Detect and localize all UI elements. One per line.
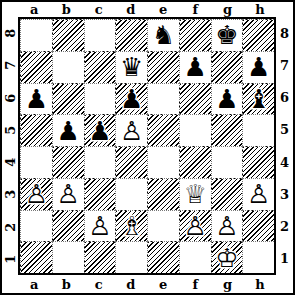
file-label: g — [212, 275, 244, 293]
square-a1 — [20, 241, 52, 273]
piece-glyph: ♙ — [215, 213, 238, 239]
square-b3: ♟♙ — [52, 178, 84, 210]
square-e6 — [147, 83, 179, 115]
chess-diagram: abcdefgh 87654321 87654321 abcdefgh ♞♞♚♚… — [0, 0, 295, 295]
square-a8 — [20, 19, 52, 51]
square-h5 — [242, 114, 274, 146]
white-pawn-b3: ♟♙ — [53, 179, 84, 210]
square-a7 — [20, 51, 52, 83]
rank-label: 8 — [276, 17, 293, 49]
white-pawn-a3: ♟♙ — [21, 179, 52, 210]
file-label: g — [212, 2, 244, 17]
square-a3: ♟♙ — [20, 178, 52, 210]
chess-board: ♞♞♚♚♛♛♟♟♟♟♟♟♟♟♟♟♝♝♟♟♟♟♟♙♟♙♟♙♛♕♟♙♟♙♝♗♟♙♟♙… — [18, 17, 276, 275]
square-h1 — [242, 241, 274, 273]
square-e1 — [147, 241, 179, 273]
square-f8 — [179, 19, 211, 51]
square-f3: ♛♕ — [179, 178, 211, 210]
square-c3 — [84, 178, 116, 210]
square-b7 — [52, 51, 84, 83]
square-h3: ♟♙ — [242, 178, 274, 210]
square-e8: ♞♞ — [147, 19, 179, 51]
square-c1 — [84, 241, 116, 273]
square-c8 — [84, 19, 116, 51]
square-a6: ♟♟ — [20, 83, 52, 115]
white-queen-f3: ♛♕ — [180, 179, 211, 210]
square-g2: ♟♙ — [211, 210, 243, 242]
rank-label: 2 — [276, 211, 293, 243]
square-c5: ♟♟ — [84, 114, 116, 146]
piece-glyph: ♟ — [25, 86, 48, 112]
piece-glyph: ♟ — [120, 86, 143, 112]
piece-glyph: ♟ — [183, 54, 206, 80]
piece-glyph: ♙ — [247, 181, 270, 207]
piece-glyph: ♟ — [88, 118, 111, 144]
square-g6: ♟♟ — [211, 83, 243, 115]
piece-glyph: ♙ — [56, 181, 79, 207]
rank-label: 4 — [276, 146, 293, 178]
square-a5 — [20, 114, 52, 146]
square-d6: ♟♟ — [115, 83, 147, 115]
square-d7: ♛♛ — [115, 51, 147, 83]
square-e4 — [147, 146, 179, 178]
file-label: d — [115, 2, 147, 17]
rank-labels-right: 87654321 — [276, 17, 293, 275]
square-d2: ♝♗ — [115, 210, 147, 242]
piece-glyph: ♟ — [247, 54, 270, 80]
rank-label: 3 — [276, 178, 293, 210]
square-g3 — [211, 178, 243, 210]
square-e5 — [147, 114, 179, 146]
file-label: a — [18, 2, 50, 17]
piece-glyph: ♟ — [56, 118, 79, 144]
black-bishop-h6: ♝♝ — [243, 84, 274, 115]
piece-glyph: ♕ — [183, 181, 206, 207]
file-label: b — [50, 275, 82, 293]
square-f5 — [179, 114, 211, 146]
piece-glyph: ♗ — [120, 213, 143, 239]
square-h8 — [242, 19, 274, 51]
square-g5 — [211, 114, 243, 146]
piece-glyph: ♙ — [88, 213, 111, 239]
square-d1 — [115, 241, 147, 273]
black-pawn-d6: ♟♟ — [116, 84, 147, 115]
square-h2 — [242, 210, 274, 242]
piece-glyph: ♛ — [120, 54, 143, 80]
square-f1 — [179, 241, 211, 273]
white-pawn-d5: ♟♙ — [116, 115, 147, 146]
rank-label: 5 — [276, 114, 293, 146]
square-d3 — [115, 178, 147, 210]
file-label: h — [244, 275, 276, 293]
piece-glyph: ♙ — [25, 181, 48, 207]
square-f6 — [179, 83, 211, 115]
file-label: e — [147, 2, 179, 17]
file-label: h — [244, 2, 276, 17]
black-pawn-f7: ♟♟ — [180, 52, 211, 83]
square-b5: ♟♟ — [52, 114, 84, 146]
square-b8 — [52, 19, 84, 51]
square-g4 — [211, 146, 243, 178]
square-g8: ♚♚ — [211, 19, 243, 51]
white-pawn-f2: ♟♙ — [180, 211, 211, 242]
black-king-g8: ♚♚ — [212, 20, 243, 51]
piece-glyph: ♝ — [247, 86, 270, 112]
square-e3 — [147, 178, 179, 210]
rank-labels-left: 87654321 — [2, 17, 18, 275]
file-label: f — [179, 275, 211, 293]
square-d4 — [115, 146, 147, 178]
square-f4 — [179, 146, 211, 178]
file-label: c — [83, 2, 115, 17]
square-b2 — [52, 210, 84, 242]
piece-glyph: ♟ — [215, 86, 238, 112]
piece-glyph: ♞ — [152, 22, 175, 48]
square-h4 — [242, 146, 274, 178]
white-pawn-g2: ♟♙ — [212, 211, 243, 242]
square-c2: ♟♙ — [84, 210, 116, 242]
rank-label: 1 — [276, 243, 293, 275]
square-b6 — [52, 83, 84, 115]
black-pawn-b5: ♟♟ — [53, 115, 84, 146]
square-g7 — [211, 51, 243, 83]
square-a4 — [20, 146, 52, 178]
file-labels-bottom: abcdefgh — [18, 275, 276, 293]
square-e7 — [147, 51, 179, 83]
black-pawn-g6: ♟♟ — [212, 84, 243, 115]
black-knight-e8: ♞♞ — [148, 20, 179, 51]
square-h7: ♟♟ — [242, 51, 274, 83]
square-c6 — [84, 83, 116, 115]
square-g1: ♚♔ — [211, 241, 243, 273]
piece-glyph: ♙ — [183, 213, 206, 239]
file-label: b — [50, 2, 82, 17]
black-pawn-a6: ♟♟ — [21, 84, 52, 115]
square-h6: ♝♝ — [242, 83, 274, 115]
square-c7 — [84, 51, 116, 83]
file-label: d — [115, 275, 147, 293]
file-label: c — [83, 275, 115, 293]
black-pawn-h7: ♟♟ — [243, 52, 274, 83]
square-f7: ♟♟ — [179, 51, 211, 83]
square-b1 — [52, 241, 84, 273]
black-queen-d7: ♛♛ — [116, 52, 147, 83]
square-b4 — [52, 146, 84, 178]
file-labels-top: abcdefgh — [18, 2, 276, 17]
piece-glyph: ♔ — [215, 245, 238, 271]
piece-glyph: ♚ — [215, 22, 238, 48]
square-e2 — [147, 210, 179, 242]
file-label: f — [179, 2, 211, 17]
file-label: e — [147, 275, 179, 293]
square-d8 — [115, 19, 147, 51]
file-label: a — [18, 275, 50, 293]
black-pawn-c5: ♟♟ — [85, 115, 116, 146]
square-c4 — [84, 146, 116, 178]
square-f2: ♟♙ — [179, 210, 211, 242]
rank-label: 7 — [276, 49, 293, 81]
white-king-g1: ♚♔ — [212, 242, 243, 273]
white-pawn-h3: ♟♙ — [243, 179, 274, 210]
square-a2 — [20, 210, 52, 242]
white-bishop-d2: ♝♗ — [116, 211, 147, 242]
square-d5: ♟♙ — [115, 114, 147, 146]
rank-label: 6 — [276, 82, 293, 114]
white-pawn-c2: ♟♙ — [85, 211, 116, 242]
piece-glyph: ♙ — [120, 118, 143, 144]
